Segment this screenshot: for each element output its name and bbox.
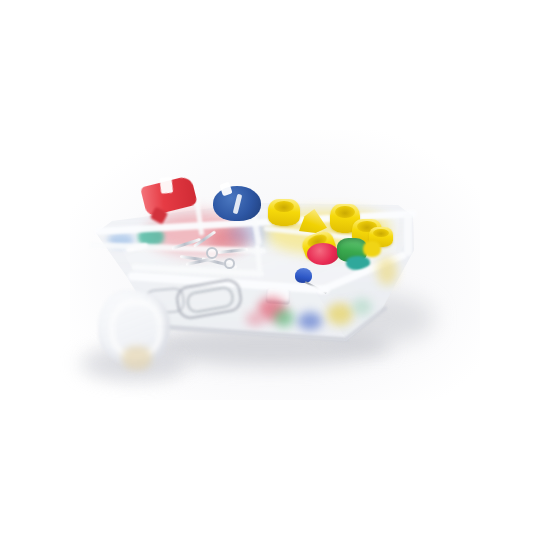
photo-canvas <box>0 0 550 550</box>
blue-clip-highlight <box>233 194 243 215</box>
foreground-translucent-object <box>98 290 170 368</box>
pin-loop <box>206 247 218 259</box>
pin-loop <box>224 258 235 269</box>
blurred-yellow-pin-through-wall <box>327 303 353 325</box>
box-right-rim <box>404 214 412 256</box>
red-clip-notch <box>160 177 174 194</box>
red-round-cap <box>307 243 339 265</box>
blurred-blue-pin-through-wall <box>298 312 322 330</box>
blurred-yellow-right-wall <box>377 257 397 285</box>
foreground-object-tan-detail <box>122 346 152 370</box>
pin-wire <box>218 248 248 254</box>
blurred-green-pin-through-wall <box>274 309 294 327</box>
push-pin-head <box>295 268 312 283</box>
blue-clip <box>213 186 261 221</box>
blurred-teal-through-wall <box>352 298 372 316</box>
yellow-cap-1 <box>268 199 300 226</box>
yellow-cap-small <box>363 241 381 257</box>
paper-clip-inner-loop <box>185 285 236 315</box>
blurred-pink-pin-through-wall <box>246 312 264 326</box>
safety-pins <box>172 241 256 275</box>
